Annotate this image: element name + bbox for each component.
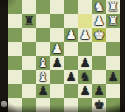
square-a7[interactable] [106, 84, 120, 98]
square-e1[interactable] [50, 0, 64, 14]
black-pawn-piece[interactable]: ♟ [50, 56, 64, 70]
white-rook-piece[interactable]: ♜ [106, 0, 120, 14]
square-h3[interactable] [8, 28, 22, 42]
square-e3[interactable] [50, 28, 64, 42]
square-f1[interactable] [36, 0, 50, 14]
black-pawn-piece[interactable]: ♟ [78, 56, 92, 70]
square-d6[interactable]: ♟ [64, 70, 78, 84]
square-f8[interactable] [36, 98, 50, 112]
square-h8[interactable] [8, 98, 22, 112]
black-pawn-piece[interactable]: ♟ [36, 84, 50, 98]
square-d5[interactable] [64, 56, 78, 70]
black-pawn-piece[interactable]: ♟ [78, 84, 92, 98]
square-b1[interactable]: ♞ [92, 0, 106, 14]
square-b5[interactable] [92, 56, 106, 70]
square-f5[interactable]: ♝ [36, 56, 50, 70]
square-g6[interactable] [22, 70, 36, 84]
square-b3[interactable]: ♚ [92, 28, 106, 42]
white-pawn-piece[interactable]: ♟ [64, 28, 78, 42]
square-a3[interactable] [106, 28, 120, 42]
white-king-piece[interactable]: ♚ [92, 28, 106, 42]
black-rook-piece[interactable]: ♜ [22, 14, 36, 28]
white-knight-piece[interactable]: ♞ [92, 0, 106, 14]
square-d8[interactable] [64, 98, 78, 112]
square-g8[interactable] [22, 98, 36, 112]
white-pawn-piece[interactable]: ♟ [92, 14, 106, 28]
square-h7[interactable] [8, 84, 22, 98]
square-e4[interactable]: ♟ [50, 42, 64, 56]
square-h1[interactable] [8, 0, 22, 14]
board-frame-left [0, 0, 8, 112]
square-d2[interactable] [64, 14, 78, 28]
square-c3[interactable]: ♟ [78, 28, 92, 42]
square-h5[interactable] [8, 56, 22, 70]
square-c6[interactable]: ♞ [78, 70, 92, 84]
board-frame-right [120, 0, 125, 112]
square-b4[interactable] [92, 42, 106, 56]
square-c5[interactable]: ♟ [78, 56, 92, 70]
white-rook-piece[interactable]: ♜ [106, 14, 120, 28]
black-pawn-piece[interactable]: ♟ [64, 70, 78, 84]
black-king-piece[interactable]: ♚ [92, 98, 106, 112]
square-c2[interactable] [78, 14, 92, 28]
square-e6[interactable] [50, 70, 64, 84]
square-f2[interactable] [36, 14, 50, 28]
square-g1[interactable] [22, 0, 36, 14]
square-f4[interactable] [36, 42, 50, 56]
square-a6[interactable]: ♟ [106, 70, 120, 84]
square-g3[interactable] [22, 28, 36, 42]
square-f6[interactable]: ♝ [36, 70, 50, 84]
square-b6[interactable] [92, 70, 106, 84]
square-e8[interactable] [50, 98, 64, 112]
square-a2[interactable]: ♜ [106, 14, 120, 28]
square-c4[interactable] [78, 42, 92, 56]
square-d7[interactable] [64, 84, 78, 98]
chess-board-thumbnail: ♞♜♜♟♜♟♟♚♟♝♟♟♝♟♞♟♟♟♟♚ [0, 0, 125, 112]
square-c7[interactable]: ♟ [78, 84, 92, 98]
square-a5[interactable] [106, 56, 120, 70]
square-h2[interactable] [8, 14, 22, 28]
square-f7[interactable]: ♟ [36, 84, 50, 98]
white-bishop-piece[interactable]: ♝ [36, 70, 50, 84]
square-g2[interactable]: ♜ [22, 14, 36, 28]
square-d1[interactable] [64, 0, 78, 14]
square-a8[interactable] [106, 98, 120, 112]
square-e2[interactable] [50, 14, 64, 28]
square-d4[interactable] [64, 42, 78, 56]
square-b8[interactable]: ♚ [92, 98, 106, 112]
site-logo-mark [1, 101, 7, 107]
black-pawn-piece[interactable]: ♟ [92, 84, 106, 98]
square-e5[interactable]: ♟ [50, 56, 64, 70]
square-c1[interactable] [78, 0, 92, 14]
square-c8[interactable] [78, 98, 92, 112]
white-pawn-piece[interactable]: ♟ [78, 28, 92, 42]
square-g7[interactable] [22, 84, 36, 98]
square-g5[interactable] [22, 56, 36, 70]
square-g4[interactable] [22, 42, 36, 56]
square-h6[interactable] [8, 70, 22, 84]
square-e7[interactable] [50, 84, 64, 98]
square-d3[interactable]: ♟ [64, 28, 78, 42]
square-f3[interactable] [36, 28, 50, 42]
black-pawn-piece[interactable]: ♟ [106, 70, 120, 84]
square-h4[interactable] [8, 42, 22, 56]
chess-board: ♞♜♜♟♜♟♟♚♟♝♟♟♝♟♞♟♟♟♟♚ [8, 0, 120, 112]
square-a1[interactable]: ♜ [106, 0, 120, 14]
square-a4[interactable] [106, 42, 120, 56]
black-knight-piece[interactable]: ♞ [78, 70, 92, 84]
white-bishop-piece[interactable]: ♝ [36, 56, 50, 70]
white-pawn-piece[interactable]: ♟ [50, 42, 64, 56]
square-b7[interactable]: ♟ [92, 84, 106, 98]
square-b2[interactable]: ♟ [92, 14, 106, 28]
